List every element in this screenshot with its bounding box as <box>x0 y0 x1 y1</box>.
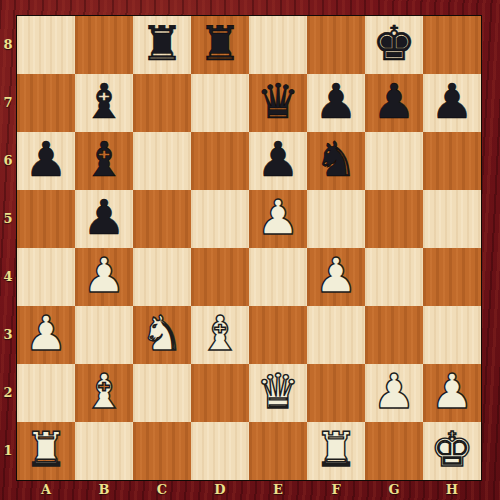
square-e1[interactable] <box>249 422 307 480</box>
square-b6[interactable]: ♝ <box>75 132 133 190</box>
square-h8[interactable] <box>423 16 481 74</box>
square-a3[interactable]: ♟ <box>17 306 75 364</box>
rank-label-2: 2 <box>0 364 16 422</box>
square-f5[interactable] <box>307 190 365 248</box>
square-b2[interactable]: ♝ <box>75 364 133 422</box>
rank-label-5: 5 <box>0 190 16 248</box>
square-b4[interactable]: ♟ <box>75 248 133 306</box>
square-a4[interactable] <box>17 248 75 306</box>
square-c2[interactable] <box>133 364 191 422</box>
square-c3[interactable]: ♞ <box>133 306 191 364</box>
white-rook: ♜ <box>24 425 67 473</box>
white-rook: ♜ <box>314 425 357 473</box>
black-bishop: ♝ <box>82 77 125 125</box>
square-h7[interactable]: ♟ <box>423 74 481 132</box>
square-d3[interactable]: ♝ <box>191 306 249 364</box>
square-d5[interactable] <box>191 190 249 248</box>
square-e3[interactable] <box>249 306 307 364</box>
rank-label-3: 3 <box>0 306 16 364</box>
rank-label-7: 7 <box>0 74 16 132</box>
square-g5[interactable] <box>365 190 423 248</box>
file-label-d: D <box>191 481 249 500</box>
square-f6[interactable]: ♞ <box>307 132 365 190</box>
square-d8[interactable]: ♜ <box>191 16 249 74</box>
square-h2[interactable]: ♟ <box>423 364 481 422</box>
square-h4[interactable] <box>423 248 481 306</box>
black-bishop: ♝ <box>82 135 125 183</box>
square-e2[interactable]: ♛ <box>249 364 307 422</box>
square-b3[interactable] <box>75 306 133 364</box>
square-b7[interactable]: ♝ <box>75 74 133 132</box>
rank-label-4: 4 <box>0 248 16 306</box>
square-h5[interactable] <box>423 190 481 248</box>
square-f3[interactable] <box>307 306 365 364</box>
square-c8[interactable]: ♜ <box>133 16 191 74</box>
square-h6[interactable] <box>423 132 481 190</box>
black-knight: ♞ <box>314 135 357 183</box>
white-pawn: ♟ <box>256 193 299 241</box>
square-g7[interactable]: ♟ <box>365 74 423 132</box>
rank-label-1: 1 <box>0 422 16 480</box>
black-king: ♚ <box>372 19 415 67</box>
white-pawn: ♟ <box>372 367 415 415</box>
white-bishop: ♝ <box>82 367 125 415</box>
square-d1[interactable] <box>191 422 249 480</box>
square-f2[interactable] <box>307 364 365 422</box>
black-rook: ♜ <box>198 19 241 67</box>
square-b8[interactable] <box>75 16 133 74</box>
file-label-g: G <box>365 481 423 500</box>
black-queen: ♛ <box>256 77 299 125</box>
white-pawn: ♟ <box>430 367 473 415</box>
square-b5[interactable]: ♟ <box>75 190 133 248</box>
square-g4[interactable] <box>365 248 423 306</box>
square-c5[interactable] <box>133 190 191 248</box>
square-f7[interactable]: ♟ <box>307 74 365 132</box>
chess-app-window: ♜♜♚♝♛♟♟♟♟♝♟♞♟♟♟♟♟♞♝♝♛♟♟♜♜♚ 87654321 ABCD… <box>0 0 500 500</box>
square-h1[interactable]: ♚ <box>423 422 481 480</box>
square-f8[interactable] <box>307 16 365 74</box>
square-h3[interactable] <box>423 306 481 364</box>
chess-board: ♜♜♚♝♛♟♟♟♟♝♟♞♟♟♟♟♟♞♝♝♛♟♟♜♜♚ <box>16 15 482 481</box>
square-f1[interactable]: ♜ <box>307 422 365 480</box>
square-c4[interactable] <box>133 248 191 306</box>
square-a7[interactable] <box>17 74 75 132</box>
white-queen: ♛ <box>256 367 299 415</box>
square-e8[interactable] <box>249 16 307 74</box>
black-pawn: ♟ <box>314 77 357 125</box>
white-knight: ♞ <box>140 309 183 357</box>
square-a8[interactable] <box>17 16 75 74</box>
square-c6[interactable] <box>133 132 191 190</box>
square-e6[interactable]: ♟ <box>249 132 307 190</box>
square-d2[interactable] <box>191 364 249 422</box>
square-a6[interactable]: ♟ <box>17 132 75 190</box>
white-pawn: ♟ <box>314 251 357 299</box>
square-b1[interactable] <box>75 422 133 480</box>
file-label-c: C <box>133 481 191 500</box>
file-label-h: H <box>423 481 481 500</box>
file-label-f: F <box>307 481 365 500</box>
white-bishop: ♝ <box>198 309 241 357</box>
square-c7[interactable] <box>133 74 191 132</box>
square-f4[interactable]: ♟ <box>307 248 365 306</box>
square-a5[interactable] <box>17 190 75 248</box>
black-pawn: ♟ <box>24 135 67 183</box>
square-d4[interactable] <box>191 248 249 306</box>
black-pawn: ♟ <box>82 193 125 241</box>
square-g8[interactable]: ♚ <box>365 16 423 74</box>
black-pawn: ♟ <box>372 77 415 125</box>
square-g3[interactable] <box>365 306 423 364</box>
rank-label-6: 6 <box>0 132 16 190</box>
square-a1[interactable]: ♜ <box>17 422 75 480</box>
square-d6[interactable] <box>191 132 249 190</box>
square-g2[interactable]: ♟ <box>365 364 423 422</box>
file-label-e: E <box>249 481 307 500</box>
white-king: ♚ <box>430 425 473 473</box>
square-g1[interactable] <box>365 422 423 480</box>
square-e7[interactable]: ♛ <box>249 74 307 132</box>
white-pawn: ♟ <box>24 309 67 357</box>
white-pawn: ♟ <box>82 251 125 299</box>
square-c1[interactable] <box>133 422 191 480</box>
black-pawn: ♟ <box>256 135 299 183</box>
square-e4[interactable] <box>249 248 307 306</box>
file-label-b: B <box>75 481 133 500</box>
square-e5[interactable]: ♟ <box>249 190 307 248</box>
square-g6[interactable] <box>365 132 423 190</box>
square-d7[interactable] <box>191 74 249 132</box>
file-label-a: A <box>17 481 75 500</box>
black-rook: ♜ <box>140 19 183 67</box>
rank-label-8: 8 <box>0 16 16 74</box>
black-pawn: ♟ <box>430 77 473 125</box>
square-a2[interactable] <box>17 364 75 422</box>
